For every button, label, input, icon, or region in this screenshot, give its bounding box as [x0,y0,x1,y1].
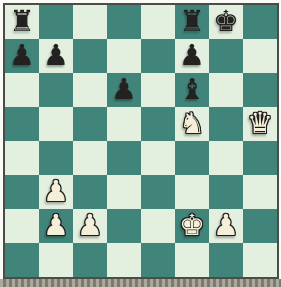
square-a7[interactable]: ♟ [5,39,39,73]
white-pawn: ♟ [39,209,73,243]
square-d7[interactable] [107,39,141,73]
square-e7[interactable] [141,39,175,73]
square-f4[interactable] [175,141,209,175]
square-b5[interactable] [39,107,73,141]
bottom-frame-strip [0,279,281,287]
square-f2[interactable]: ♚ [175,209,209,243]
square-b2[interactable]: ♟ [39,209,73,243]
square-e5[interactable] [141,107,175,141]
square-h8[interactable] [243,5,277,39]
white-queen: ♛ [243,107,277,141]
square-g7[interactable] [209,39,243,73]
square-h6[interactable] [243,73,277,107]
square-h7[interactable] [243,39,277,73]
white-pawn: ♟ [209,209,243,243]
square-f8[interactable]: ♜ [175,5,209,39]
chess-app-screen: ♜♜♚♟♟♟♟♝♞♛♟♟♟♚♟ [0,0,281,287]
square-d4[interactable] [107,141,141,175]
square-g3[interactable] [209,175,243,209]
square-f3[interactable] [175,175,209,209]
square-b7[interactable]: ♟ [39,39,73,73]
black-rook: ♜ [175,5,209,39]
square-g6[interactable] [209,73,243,107]
square-a1[interactable] [5,243,39,277]
white-knight: ♞ [175,107,209,141]
square-c2[interactable]: ♟ [73,209,107,243]
square-a8[interactable]: ♜ [5,5,39,39]
black-bishop: ♝ [175,73,209,107]
square-c6[interactable] [73,73,107,107]
black-pawn: ♟ [107,73,141,107]
square-a2[interactable] [5,209,39,243]
black-pawn: ♟ [39,39,73,73]
square-f1[interactable] [175,243,209,277]
white-pawn: ♟ [39,175,73,209]
board-frame: ♜♜♚♟♟♟♟♝♞♛♟♟♟♚♟ [3,3,279,279]
square-f5[interactable]: ♞ [175,107,209,141]
square-f7[interactable]: ♟ [175,39,209,73]
square-h4[interactable] [243,141,277,175]
square-e4[interactable] [141,141,175,175]
square-h5[interactable]: ♛ [243,107,277,141]
square-d6[interactable]: ♟ [107,73,141,107]
chess-board: ♜♜♚♟♟♟♟♝♞♛♟♟♟♚♟ [5,5,277,277]
black-pawn: ♟ [175,39,209,73]
square-b6[interactable] [39,73,73,107]
black-rook: ♜ [5,5,39,39]
square-d2[interactable] [107,209,141,243]
square-b4[interactable] [39,141,73,175]
square-f6[interactable]: ♝ [175,73,209,107]
square-a5[interactable] [5,107,39,141]
white-pawn: ♟ [73,209,107,243]
square-e6[interactable] [141,73,175,107]
square-h3[interactable] [243,175,277,209]
white-king: ♚ [175,209,209,243]
square-a3[interactable] [5,175,39,209]
square-g5[interactable] [209,107,243,141]
square-b1[interactable] [39,243,73,277]
square-e1[interactable] [141,243,175,277]
square-d8[interactable] [107,5,141,39]
square-g2[interactable]: ♟ [209,209,243,243]
square-c7[interactable] [73,39,107,73]
square-g4[interactable] [209,141,243,175]
square-h1[interactable] [243,243,277,277]
square-e8[interactable] [141,5,175,39]
square-c8[interactable] [73,5,107,39]
square-c4[interactable] [73,141,107,175]
black-pawn: ♟ [5,39,39,73]
square-b3[interactable]: ♟ [39,175,73,209]
square-d5[interactable] [107,107,141,141]
square-g1[interactable] [209,243,243,277]
square-e3[interactable] [141,175,175,209]
square-c3[interactable] [73,175,107,209]
square-a6[interactable] [5,73,39,107]
square-d1[interactable] [107,243,141,277]
square-h2[interactable] [243,209,277,243]
square-b8[interactable] [39,5,73,39]
black-king: ♚ [209,5,243,39]
square-c1[interactable] [73,243,107,277]
square-a4[interactable] [5,141,39,175]
square-d3[interactable] [107,175,141,209]
square-c5[interactable] [73,107,107,141]
square-g8[interactable]: ♚ [209,5,243,39]
square-e2[interactable] [141,209,175,243]
